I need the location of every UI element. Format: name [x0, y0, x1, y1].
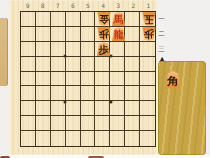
rank-label-1: 一 — [157, 15, 166, 23]
file-label-9: 9 — [22, 2, 34, 9]
board-cell — [51, 12, 66, 27]
board-grid — [20, 11, 156, 147]
board-cell — [81, 101, 96, 116]
board-cell — [81, 27, 96, 42]
board-cell — [66, 116, 81, 131]
board-cell — [51, 116, 66, 131]
file-label-5: 5 — [82, 2, 94, 9]
board-cell — [66, 27, 81, 42]
board-cell — [95, 57, 110, 72]
board-cell — [110, 57, 125, 72]
board-cell — [110, 86, 125, 101]
board-cell — [66, 72, 81, 87]
board-cell — [110, 131, 125, 146]
hand-piece-角[interactable]: 角 — [165, 71, 181, 89]
board-cell — [21, 101, 36, 116]
board-cell — [51, 57, 66, 72]
board-cell — [36, 72, 51, 87]
board-cell — [81, 57, 96, 72]
board-cell — [125, 27, 140, 42]
shogi-app: 987654321一二三四五六七八九金馬玉歩龍歩歩 ▲ 角 — [0, 0, 210, 158]
file-label-2: 2 — [127, 2, 139, 9]
board-cell — [140, 116, 155, 131]
board-cell — [125, 12, 140, 27]
board-cell — [36, 86, 51, 101]
board-cell — [110, 42, 125, 57]
board-cell — [125, 101, 140, 116]
board-cell — [36, 101, 51, 116]
board-cell — [36, 12, 51, 27]
board-cell — [95, 72, 110, 87]
board-cell — [81, 72, 96, 87]
board-cell — [95, 116, 110, 131]
cropped-ui-element-left — [0, 156, 10, 158]
board-cell — [125, 86, 140, 101]
board-cell — [140, 42, 155, 57]
board-cell — [36, 42, 51, 57]
board-cell — [21, 42, 36, 57]
file-label-1: 1 — [142, 2, 154, 9]
hoshi-dot — [64, 100, 67, 103]
board-cell — [36, 131, 51, 146]
file-label-4: 4 — [97, 2, 109, 9]
board-cell — [36, 57, 51, 72]
board-cell — [140, 57, 155, 72]
board-cell — [21, 12, 36, 27]
board-cell — [66, 86, 81, 101]
file-label-6: 6 — [67, 2, 79, 9]
board-cell — [140, 101, 155, 116]
board-cell — [81, 42, 96, 57]
file-label-8: 8 — [37, 2, 49, 9]
board-cell — [51, 72, 66, 87]
board-cell — [125, 57, 140, 72]
board-cell — [110, 116, 125, 131]
board-cell — [51, 101, 66, 116]
board-cell — [21, 57, 36, 72]
board-cell — [51, 131, 66, 146]
board-cell — [66, 12, 81, 27]
page-bottom-strip — [0, 155, 210, 158]
shogi-board: 987654321一二三四五六七八九金馬玉歩龍歩歩 — [9, 0, 157, 155]
file-label-3: 3 — [112, 2, 124, 9]
board-cell — [66, 57, 81, 72]
board-cell — [110, 101, 125, 116]
board-cell — [95, 86, 110, 101]
board-cell — [21, 131, 36, 146]
board-cell — [21, 72, 36, 87]
board-cell — [36, 27, 51, 42]
board-cell — [81, 116, 96, 131]
sente-komadai: 角 — [158, 61, 206, 155]
board-cell — [66, 131, 81, 146]
rank-label-2: 二 — [157, 30, 166, 38]
hoshi-dot — [109, 100, 112, 103]
board-cell — [81, 131, 96, 146]
board-cell — [66, 101, 81, 116]
board-cell — [110, 72, 125, 87]
board-cell — [36, 116, 51, 131]
board-cell — [21, 27, 36, 42]
board-cell — [125, 131, 140, 146]
board-cell — [81, 86, 96, 101]
board-cell — [140, 72, 155, 87]
board-cell — [51, 86, 66, 101]
rank-label-3: 三 — [157, 45, 166, 53]
board-cell — [21, 116, 36, 131]
hoshi-dot — [64, 55, 67, 58]
board-cell — [140, 131, 155, 146]
board-cell — [140, 86, 155, 101]
board-cell — [51, 27, 66, 42]
cropped-ui-element-right — [88, 156, 104, 158]
board-cell — [125, 42, 140, 57]
board-cell — [21, 86, 36, 101]
file-label-7: 7 — [52, 2, 64, 9]
board-cell — [81, 12, 96, 27]
board-cell — [66, 42, 81, 57]
board-cell — [95, 101, 110, 116]
gote-komadai-edge — [0, 18, 8, 86]
board-cell — [125, 72, 140, 87]
board-cell — [95, 131, 110, 146]
board-cell — [125, 116, 140, 131]
